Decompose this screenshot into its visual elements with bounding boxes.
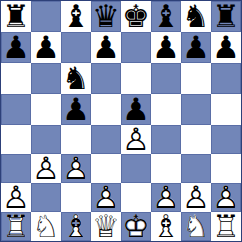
white-piece-outline: ♗: [151, 212, 181, 241]
square-e4[interactable]: ♟♙: [121, 125, 151, 154]
square-d4[interactable]: [91, 125, 121, 154]
white-piece-outline: ♙: [61, 154, 91, 183]
white-knight[interactable]: ♞♘: [31, 212, 61, 241]
square-f8[interactable]: ♝: [151, 1, 181, 32]
white-piece-outline: ♕: [91, 212, 121, 241]
black-pawn[interactable]: ♟: [181, 32, 211, 63]
square-g6[interactable]: [181, 63, 211, 94]
square-a5[interactable]: [1, 94, 31, 125]
white-bishop[interactable]: ♝♗: [151, 212, 181, 241]
square-f6[interactable]: [151, 63, 181, 94]
white-piece-outline: ♙: [31, 154, 61, 183]
square-g4[interactable]: [181, 125, 211, 154]
white-knight[interactable]: ♞♘: [181, 212, 211, 241]
black-queen[interactable]: ♛: [91, 1, 121, 32]
square-c8[interactable]: ♝: [61, 1, 91, 32]
square-h6[interactable]: [211, 63, 241, 94]
square-d5[interactable]: [91, 94, 121, 125]
chess-board: ♜♝♛♚♝♞♜♟♟♟♟♟♟♞♟♟♟♙♟♙♟♙♟♙♟♙♟♙♟♙♟♙♜♖♞♘♝♗♛♕…: [0, 0, 242, 242]
square-e1[interactable]: ♚♔: [121, 212, 151, 241]
square-e3[interactable]: [121, 154, 151, 183]
square-e8[interactable]: ♚: [121, 1, 151, 32]
square-h1[interactable]: ♜♖: [211, 212, 241, 241]
black-knight[interactable]: ♞: [61, 63, 91, 94]
square-h4[interactable]: [211, 125, 241, 154]
square-a4[interactable]: [1, 125, 31, 154]
black-rook[interactable]: ♜: [211, 1, 241, 32]
square-f5[interactable]: [151, 94, 181, 125]
square-d6[interactable]: [91, 63, 121, 94]
white-queen[interactable]: ♛♕: [91, 212, 121, 241]
square-c1[interactable]: ♝♗: [61, 212, 91, 241]
white-piece-outline: ♖: [1, 212, 31, 241]
white-piece-outline: ♙: [121, 125, 151, 154]
white-piece-outline: ♖: [211, 212, 241, 241]
white-rook[interactable]: ♜♖: [1, 212, 31, 241]
square-a1[interactable]: ♜♖: [1, 212, 31, 241]
white-pawn[interactable]: ♟♙: [61, 154, 91, 183]
black-bishop[interactable]: ♝: [151, 1, 181, 32]
square-b3[interactable]: ♟♙: [31, 154, 61, 183]
black-king[interactable]: ♚: [121, 1, 151, 32]
black-pawn[interactable]: ♟: [31, 32, 61, 63]
white-bishop[interactable]: ♝♗: [61, 212, 91, 241]
black-pawn[interactable]: ♟: [151, 32, 181, 63]
square-c5[interactable]: ♟: [61, 94, 91, 125]
square-f4[interactable]: [151, 125, 181, 154]
black-pawn[interactable]: ♟: [91, 32, 121, 63]
square-g8[interactable]: ♞: [181, 1, 211, 32]
square-d7[interactable]: ♟: [91, 32, 121, 63]
black-pawn[interactable]: ♟: [1, 32, 31, 63]
square-b6[interactable]: [31, 63, 61, 94]
black-bishop[interactable]: ♝: [61, 1, 91, 32]
white-pawn[interactable]: ♟♙: [121, 125, 151, 154]
square-f7[interactable]: ♟: [151, 32, 181, 63]
square-d1[interactable]: ♛♕: [91, 212, 121, 241]
square-a8[interactable]: ♜: [1, 1, 31, 32]
square-a6[interactable]: [1, 63, 31, 94]
white-piece-outline: ♗: [61, 212, 91, 241]
black-pawn[interactable]: ♟: [61, 94, 91, 125]
square-h5[interactable]: [211, 94, 241, 125]
black-pawn[interactable]: ♟: [211, 32, 241, 63]
white-king[interactable]: ♚♔: [121, 212, 151, 241]
square-b5[interactable]: [31, 94, 61, 125]
square-e6[interactable]: [121, 63, 151, 94]
square-g7[interactable]: ♟: [181, 32, 211, 63]
square-f1[interactable]: ♝♗: [151, 212, 181, 241]
square-g5[interactable]: [181, 94, 211, 125]
square-g1[interactable]: ♞♘: [181, 212, 211, 241]
white-pawn[interactable]: ♟♙: [31, 154, 61, 183]
white-piece-outline: ♘: [31, 212, 61, 241]
black-knight[interactable]: ♞: [181, 1, 211, 32]
square-c6[interactable]: ♞: [61, 63, 91, 94]
square-h8[interactable]: ♜: [211, 1, 241, 32]
white-piece-outline: ♔: [121, 212, 151, 241]
square-b1[interactable]: ♞♘: [31, 212, 61, 241]
square-e7[interactable]: [121, 32, 151, 63]
white-rook[interactable]: ♜♖: [211, 212, 241, 241]
square-c3[interactable]: ♟♙: [61, 154, 91, 183]
square-h7[interactable]: ♟: [211, 32, 241, 63]
square-d8[interactable]: ♛: [91, 1, 121, 32]
square-c7[interactable]: [61, 32, 91, 63]
black-rook[interactable]: ♜: [1, 1, 31, 32]
square-a7[interactable]: ♟: [1, 32, 31, 63]
square-b7[interactable]: ♟: [31, 32, 61, 63]
square-b8[interactable]: [31, 1, 61, 32]
white-piece-outline: ♘: [181, 212, 211, 241]
